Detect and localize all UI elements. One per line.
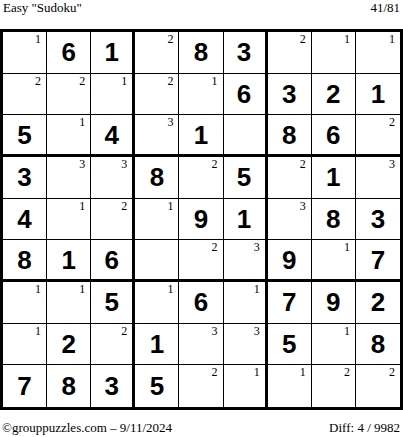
cell-r3c5[interactable]: 1 — [179, 115, 223, 157]
cell-r4c2[interactable]: 3 — [47, 157, 91, 199]
corner-mark: 1 — [389, 33, 395, 46]
cell-r1c4[interactable]: 2 — [135, 32, 179, 74]
cell-r8c9[interactable]: 8 — [356, 324, 400, 366]
given-digit: 1 — [237, 206, 251, 232]
cell-r4c1[interactable]: 3 — [3, 157, 47, 199]
cell-r7c1[interactable]: 1 — [3, 282, 47, 324]
corner-mark: 3 — [79, 158, 85, 171]
corner-mark: 2 — [121, 200, 127, 213]
cell-r8c7[interactable]: 5 — [268, 324, 312, 366]
corner-mark: 1 — [79, 200, 85, 213]
corner-mark: 2 — [167, 75, 173, 88]
cell-r6c4[interactable] — [135, 240, 179, 282]
corner-mark: 3 — [167, 116, 173, 129]
cell-r8c8[interactable]: 1 — [312, 324, 356, 366]
given-digit: 2 — [61, 331, 75, 357]
cell-r6c2[interactable]: 1 — [47, 240, 91, 282]
given-digit: 7 — [282, 289, 296, 315]
cell-r2c6[interactable]: 6 — [224, 74, 268, 116]
corner-mark: 1 — [344, 325, 350, 338]
corner-mark: 3 — [254, 325, 260, 338]
given-digit: 8 — [194, 39, 208, 65]
cell-r3c9[interactable]: 2 — [356, 115, 400, 157]
given-digit: 6 — [326, 122, 340, 148]
corner-mark: 3 — [389, 158, 395, 171]
cell-r6c5[interactable]: 2 — [179, 240, 223, 282]
corner-mark: 1 — [254, 283, 260, 296]
cell-r9c2[interactable]: 8 — [47, 365, 91, 407]
given-digit: 5 — [237, 164, 251, 190]
cell-r9c7[interactable]: 1 — [268, 365, 312, 407]
cell-r9c5[interactable]: 2 — [179, 365, 223, 407]
cell-r1c1[interactable]: 1 — [3, 32, 47, 74]
cell-r8c2[interactable]: 2 — [47, 324, 91, 366]
given-digit: 9 — [282, 247, 296, 273]
corner-mark: 1 — [79, 116, 85, 129]
cell-r6c6[interactable]: 3 — [224, 240, 268, 282]
corner-mark: 2 — [389, 116, 395, 129]
cell-r3c3[interactable]: 4 — [91, 115, 135, 157]
given-digit: 3 — [371, 206, 385, 232]
cell-r1c3[interactable]: 1 — [91, 32, 135, 74]
cell-r4c8[interactable]: 1 — [312, 157, 356, 199]
cell-r2c4[interactable]: 2 — [135, 74, 179, 116]
given-digit: 5 — [150, 373, 164, 399]
corner-mark: 3 — [254, 241, 260, 254]
cell-r4c5[interactable]: 2 — [179, 157, 223, 199]
cell-r8c4[interactable]: 1 — [135, 324, 179, 366]
cell-r3c1[interactable]: 5 — [3, 115, 47, 157]
corner-mark: 2 — [35, 75, 41, 88]
cell-r7c6[interactable]: 1 — [224, 282, 268, 324]
given-digit: 5 — [105, 289, 119, 315]
cell-r9c9[interactable]: 2 — [356, 365, 400, 407]
cell-r5c1[interactable]: 4 — [3, 199, 47, 241]
cell-r1c7[interactable]: 2 — [268, 32, 312, 74]
corner-mark: 2 — [212, 241, 218, 254]
cell-r7c7[interactable]: 7 — [268, 282, 312, 324]
given-digit: 8 — [61, 373, 75, 399]
cell-r2c9[interactable]: 1 — [356, 74, 400, 116]
corner-mark: 1 — [300, 366, 306, 379]
puzzle-counter: 41/81 — [370, 1, 400, 15]
cell-r6c1[interactable]: 8 — [3, 240, 47, 282]
page-title: Easy "Sudoku" — [3, 1, 82, 15]
cell-r2c7[interactable]: 3 — [268, 74, 312, 116]
cell-r7c9[interactable]: 2 — [356, 282, 400, 324]
cell-r7c5[interactable]: 6 — [179, 282, 223, 324]
cell-r8c3[interactable]: 2 — [91, 324, 135, 366]
given-digit: 8 — [371, 331, 385, 357]
cell-r7c4[interactable]: 1 — [135, 282, 179, 324]
given-digit: 6 — [194, 289, 208, 315]
corner-mark: 3 — [212, 325, 218, 338]
corner-mark: 1 — [35, 33, 41, 46]
cell-r5c2[interactable]: 1 — [47, 199, 91, 241]
corner-mark: 1 — [212, 75, 218, 88]
cell-r4c9[interactable]: 3 — [356, 157, 400, 199]
corner-mark: 3 — [121, 158, 127, 171]
given-digit: 5 — [17, 122, 31, 148]
given-digit: 1 — [326, 164, 340, 190]
cell-r5c4[interactable]: 1 — [135, 199, 179, 241]
cell-r4c4[interactable]: 8 — [135, 157, 179, 199]
cell-r2c1[interactable]: 2 — [3, 74, 47, 116]
corner-mark: 1 — [167, 283, 173, 296]
given-digit: 6 — [61, 39, 75, 65]
cell-r3c7[interactable]: 8 — [268, 115, 312, 157]
cell-r5c3[interactable]: 2 — [91, 199, 135, 241]
given-digit: 7 — [17, 373, 31, 399]
given-digit: 3 — [237, 39, 251, 65]
cell-r6c3[interactable]: 6 — [91, 240, 135, 282]
cell-r5c9[interactable]: 3 — [356, 199, 400, 241]
given-digit: 8 — [282, 122, 296, 148]
given-digit: 6 — [237, 81, 251, 107]
given-digit: 6 — [105, 247, 119, 273]
cell-r1c5[interactable]: 8 — [179, 32, 223, 74]
given-digit: 9 — [326, 289, 340, 315]
cell-r5c8[interactable]: 8 — [312, 199, 356, 241]
corner-mark: 1 — [35, 325, 41, 338]
cell-r9c4[interactable]: 5 — [135, 365, 179, 407]
cell-r8c6[interactable]: 3 — [224, 324, 268, 366]
given-digit: 4 — [17, 206, 31, 232]
cell-r3c8[interactable]: 6 — [312, 115, 356, 157]
given-digit: 1 — [150, 331, 164, 357]
cell-r3c4[interactable]: 3 — [135, 115, 179, 157]
cell-r6c7[interactable]: 9 — [268, 240, 312, 282]
cell-r5c6[interactable]: 1 — [224, 199, 268, 241]
given-digit: 1 — [371, 81, 385, 107]
given-digit: 1 — [61, 247, 75, 273]
difficulty-text: Diff: 4 / 9982 — [329, 420, 400, 435]
corner-mark: 2 — [389, 366, 395, 379]
corner-mark: 2 — [344, 366, 350, 379]
cell-r9c3[interactable]: 3 — [91, 365, 135, 407]
corner-mark: 2 — [79, 75, 85, 88]
given-digit: 4 — [105, 122, 119, 148]
given-digit: 7 — [371, 247, 385, 273]
cell-r2c5[interactable]: 1 — [179, 74, 223, 116]
corner-mark: 2 — [212, 366, 218, 379]
corner-mark: 2 — [167, 33, 173, 46]
corner-mark: 2 — [212, 158, 218, 171]
cell-r7c8[interactable]: 9 — [312, 282, 356, 324]
cell-r2c3[interactable]: 1 — [91, 74, 135, 116]
corner-mark: 1 — [167, 200, 173, 213]
cell-r9c8[interactable]: 2 — [312, 365, 356, 407]
corner-mark: 2 — [121, 325, 127, 338]
given-digit: 8 — [326, 206, 340, 232]
given-digit: 3 — [105, 373, 119, 399]
cell-r4c6[interactable]: 5 — [224, 157, 268, 199]
corner-mark: 1 — [344, 33, 350, 46]
given-digit: 1 — [194, 122, 208, 148]
corner-mark: 1 — [35, 283, 41, 296]
corner-mark: 1 — [79, 283, 85, 296]
given-digit: 8 — [17, 247, 31, 273]
corner-mark: 2 — [300, 158, 306, 171]
sudoku-board: 1612832112212163215143186233382521341219… — [0, 29, 403, 410]
cell-r4c3[interactable]: 3 — [91, 157, 135, 199]
cell-r5c5[interactable]: 9 — [179, 199, 223, 241]
copyright-text: ©grouppuzzles.com – 9/11/2024 — [2, 420, 172, 435]
corner-mark: 1 — [254, 366, 260, 379]
cell-r1c2[interactable]: 6 — [47, 32, 91, 74]
cell-r3c6[interactable] — [224, 115, 268, 157]
corner-mark: 3 — [300, 200, 306, 213]
given-digit: 8 — [150, 164, 164, 190]
given-digit: 3 — [282, 81, 296, 107]
given-digit: 3 — [17, 164, 31, 190]
cell-r1c6[interactable]: 3 — [224, 32, 268, 74]
cell-r5c7[interactable]: 3 — [268, 199, 312, 241]
cell-r8c1[interactable]: 1 — [3, 324, 47, 366]
cell-r6c8[interactable]: 1 — [312, 240, 356, 282]
cell-r6c9[interactable]: 7 — [356, 240, 400, 282]
given-digit: 1 — [105, 39, 119, 65]
cell-r1c9[interactable]: 1 — [356, 32, 400, 74]
cell-r9c1[interactable]: 7 — [3, 365, 47, 407]
cell-r2c2[interactable]: 2 — [47, 74, 91, 116]
cell-r7c3[interactable]: 5 — [91, 282, 135, 324]
given-digit: 9 — [194, 206, 208, 232]
given-digit: 2 — [326, 81, 340, 107]
corner-mark: 1 — [344, 241, 350, 254]
corner-mark: 1 — [121, 75, 127, 88]
cell-r4c7[interactable]: 2 — [268, 157, 312, 199]
corner-mark: 2 — [300, 33, 306, 46]
cell-r2c8[interactable]: 2 — [312, 74, 356, 116]
given-digit: 2 — [371, 289, 385, 315]
given-digit: 5 — [282, 331, 296, 357]
cell-r9c6[interactable]: 1 — [224, 365, 268, 407]
cell-r1c8[interactable]: 1 — [312, 32, 356, 74]
cell-r3c2[interactable]: 1 — [47, 115, 91, 157]
cell-r8c5[interactable]: 3 — [179, 324, 223, 366]
cell-r7c2[interactable]: 1 — [47, 282, 91, 324]
